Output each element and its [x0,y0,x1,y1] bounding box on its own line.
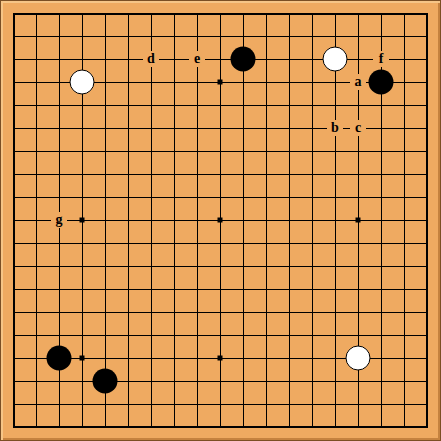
grid-line-vertical [335,13,336,428]
grid-line-horizontal [13,381,428,382]
grid-line-vertical [243,13,244,428]
point-label-b[interactable]: b [327,120,343,136]
hoshi-point [218,80,223,85]
grid-line-horizontal [13,289,428,290]
point-label-d[interactable]: d [143,51,159,67]
black-stone[interactable] [93,369,118,394]
white-stone[interactable] [323,47,348,72]
grid-line-horizontal [13,335,428,336]
grid-line-horizontal [13,404,428,405]
point-label-f[interactable]: f [373,51,389,67]
grid-line-horizontal [13,266,428,267]
grid-line-vertical [289,13,290,428]
hoshi-point [80,218,85,223]
black-stone[interactable] [231,47,256,72]
white-stone[interactable] [346,346,371,371]
black-stone[interactable] [47,346,72,371]
grid-line-horizontal [13,243,428,244]
point-label-g[interactable]: g [51,212,67,228]
grid-line-horizontal [13,312,428,313]
point-label-c[interactable]: c [350,120,366,136]
hoshi-point [218,356,223,361]
white-stone[interactable] [70,70,95,95]
hoshi-point [356,218,361,223]
hoshi-point [218,218,223,223]
black-stone[interactable] [369,70,394,95]
grid-line-vertical [266,13,267,428]
grid-line-vertical [312,13,313,428]
hoshi-point [80,356,85,361]
point-label-a[interactable]: a [350,74,366,90]
go-board[interactable]: abcdefg [0,0,441,441]
point-label-e[interactable]: e [189,51,205,67]
grid-line-vertical [404,13,405,428]
